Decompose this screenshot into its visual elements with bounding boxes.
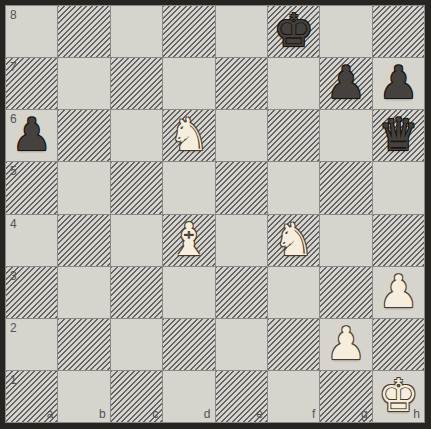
- black-king[interactable]: ♚: [273, 8, 313, 53]
- square-c4[interactable]: [111, 215, 162, 266]
- square-h8[interactable]: [373, 6, 424, 57]
- square-g8[interactable]: [320, 6, 371, 57]
- square-h6[interactable]: ♛: [373, 110, 424, 161]
- square-c8[interactable]: [111, 6, 162, 57]
- square-g3[interactable]: [320, 267, 371, 318]
- square-h7[interactable]: ♟: [373, 58, 424, 109]
- square-d8[interactable]: [163, 6, 214, 57]
- square-a5[interactable]: 5: [6, 162, 57, 213]
- square-h4[interactable]: [373, 215, 424, 266]
- chess-board: 8♚7♟♟♟6♞♛54♝♞3♟2♟1abcdefg♚h: [5, 5, 425, 423]
- rank-label: 2: [10, 322, 17, 334]
- square-a4[interactable]: 4: [6, 215, 57, 266]
- white-knight[interactable]: ♞: [169, 112, 209, 157]
- square-c5[interactable]: [111, 162, 162, 213]
- file-label: d: [204, 408, 211, 420]
- square-e7[interactable]: [216, 58, 267, 109]
- square-d4[interactable]: ♝: [163, 215, 214, 266]
- square-f3[interactable]: [268, 267, 319, 318]
- square-g7[interactable]: ♟: [320, 58, 371, 109]
- square-f4[interactable]: ♞: [268, 215, 319, 266]
- square-f2[interactable]: [268, 319, 319, 370]
- square-e5[interactable]: [216, 162, 267, 213]
- square-c7[interactable]: [111, 58, 162, 109]
- square-a2[interactable]: 2: [6, 319, 57, 370]
- square-c6[interactable]: [111, 110, 162, 161]
- square-e6[interactable]: [216, 110, 267, 161]
- file-label: f: [312, 408, 315, 420]
- file-label: c: [152, 408, 158, 420]
- rank-label: 1: [10, 374, 17, 386]
- rank-label: 4: [10, 218, 17, 230]
- white-knight[interactable]: ♞: [273, 217, 313, 262]
- square-e1[interactable]: e: [216, 371, 267, 422]
- black-pawn[interactable]: ♟: [12, 112, 52, 157]
- square-b5[interactable]: [58, 162, 109, 213]
- white-pawn[interactable]: ♟: [326, 321, 366, 366]
- square-g6[interactable]: [320, 110, 371, 161]
- square-h2[interactable]: [373, 319, 424, 370]
- square-d1[interactable]: d: [163, 371, 214, 422]
- square-c1[interactable]: c: [111, 371, 162, 422]
- square-h3[interactable]: ♟: [373, 267, 424, 318]
- square-e3[interactable]: [216, 267, 267, 318]
- white-king[interactable]: ♚: [378, 373, 418, 418]
- square-c2[interactable]: [111, 319, 162, 370]
- file-label: a: [47, 408, 54, 420]
- square-a1[interactable]: 1a: [6, 371, 57, 422]
- square-b1[interactable]: b: [58, 371, 109, 422]
- square-e2[interactable]: [216, 319, 267, 370]
- square-g4[interactable]: [320, 215, 371, 266]
- square-g5[interactable]: [320, 162, 371, 213]
- square-b7[interactable]: [58, 58, 109, 109]
- square-c3[interactable]: [111, 267, 162, 318]
- square-f8[interactable]: ♚: [268, 6, 319, 57]
- black-pawn[interactable]: ♟: [326, 60, 366, 105]
- square-f5[interactable]: [268, 162, 319, 213]
- board-frame: 8♚7♟♟♟6♞♛54♝♞3♟2♟1abcdefg♚h: [0, 0, 431, 429]
- square-d2[interactable]: [163, 319, 214, 370]
- square-f1[interactable]: f: [268, 371, 319, 422]
- square-b6[interactable]: [58, 110, 109, 161]
- rank-label: 8: [10, 9, 17, 21]
- square-b3[interactable]: [58, 267, 109, 318]
- file-label: e: [256, 408, 263, 420]
- square-g2[interactable]: ♟: [320, 319, 371, 370]
- square-b2[interactable]: [58, 319, 109, 370]
- rank-label: 3: [10, 270, 17, 282]
- square-d5[interactable]: [163, 162, 214, 213]
- white-pawn[interactable]: ♟: [378, 269, 418, 314]
- black-queen[interactable]: ♛: [378, 112, 418, 157]
- white-bishop[interactable]: ♝: [169, 217, 209, 262]
- square-d3[interactable]: [163, 267, 214, 318]
- square-a7[interactable]: 7: [6, 58, 57, 109]
- square-e8[interactable]: [216, 6, 267, 57]
- square-d6[interactable]: ♞: [163, 110, 214, 161]
- square-h5[interactable]: [373, 162, 424, 213]
- square-a8[interactable]: 8: [6, 6, 57, 57]
- square-b8[interactable]: [58, 6, 109, 57]
- square-a6[interactable]: ♟6: [6, 110, 57, 161]
- square-f6[interactable]: [268, 110, 319, 161]
- square-e4[interactable]: [216, 215, 267, 266]
- square-a3[interactable]: 3: [6, 267, 57, 318]
- rank-label: 7: [10, 61, 17, 73]
- square-f7[interactable]: [268, 58, 319, 109]
- square-d7[interactable]: [163, 58, 214, 109]
- square-g1[interactable]: g: [320, 371, 371, 422]
- black-pawn[interactable]: ♟: [378, 60, 418, 105]
- file-label: b: [99, 408, 106, 420]
- square-h1[interactable]: ♚h: [373, 371, 424, 422]
- rank-label: 5: [10, 165, 17, 177]
- square-b4[interactable]: [58, 215, 109, 266]
- file-label: g: [361, 408, 368, 420]
